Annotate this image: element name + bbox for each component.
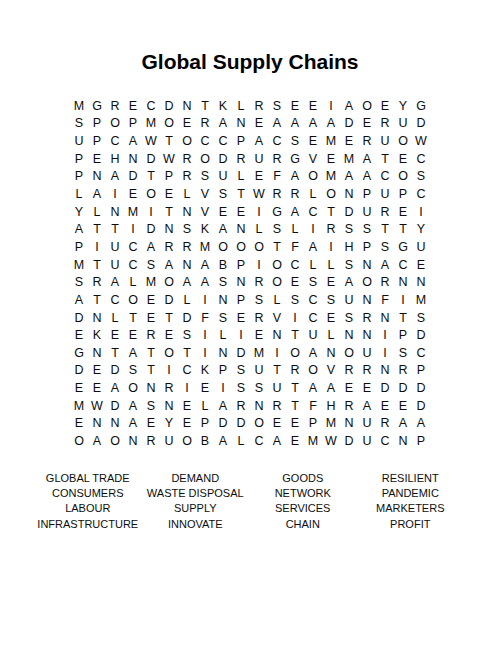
grid-cell: E xyxy=(178,397,196,415)
grid-cell: A xyxy=(178,273,196,291)
grid-cell: S xyxy=(340,256,358,274)
grid-cell: N xyxy=(88,168,106,186)
grid-cell: P xyxy=(304,415,322,433)
grid-cell: L xyxy=(322,326,340,344)
grid-cell: N xyxy=(178,256,196,274)
grid-cell: C xyxy=(250,432,268,450)
grid-cell: O xyxy=(286,344,304,362)
grid-cell: L xyxy=(232,97,250,115)
grid-cell: O xyxy=(250,415,268,433)
grid-cell: P xyxy=(196,415,214,433)
grid-cell: S xyxy=(268,220,286,238)
grid-cell: A xyxy=(322,379,340,397)
grid-cell: A xyxy=(268,115,286,133)
grid-cell: V xyxy=(304,150,322,168)
grid-cell: R xyxy=(250,97,268,115)
grid-cell: E xyxy=(376,97,394,115)
grid-cell: N xyxy=(376,309,394,327)
grid-cell: T xyxy=(376,220,394,238)
grid-cell: W xyxy=(322,432,340,450)
grid-cell: D xyxy=(340,203,358,221)
grid-cell: P xyxy=(70,238,88,256)
puzzle-title: Global Supply Chains xyxy=(0,50,500,74)
grid-cell: S xyxy=(214,185,232,203)
grid-cell: S xyxy=(142,256,160,274)
grid-cell: E xyxy=(142,309,160,327)
grid-cell: N xyxy=(340,415,358,433)
grid-cell: T xyxy=(286,397,304,415)
grid-cell: A xyxy=(340,97,358,115)
grid-cell: L xyxy=(106,309,124,327)
grid-cell: T xyxy=(394,220,412,238)
grid-cell: A xyxy=(160,256,178,274)
grid-cell: I xyxy=(376,326,394,344)
grid-cell: A xyxy=(106,168,124,186)
grid-cell: C xyxy=(412,185,430,203)
grid-cell: T xyxy=(268,238,286,256)
grid-cell: T xyxy=(88,220,106,238)
grid-cell: A xyxy=(70,220,88,238)
grid-cell: T xyxy=(322,203,340,221)
grid-cell: T xyxy=(142,344,160,362)
grid-cell: U xyxy=(394,115,412,133)
grid-cell: M xyxy=(412,291,430,309)
grid-cell: O xyxy=(160,115,178,133)
word-list-item: RESILIENT xyxy=(357,471,465,486)
grid-cell: T xyxy=(106,344,124,362)
grid-cell: C xyxy=(106,291,124,309)
grid-cell: A xyxy=(268,432,286,450)
grid-cell: N xyxy=(250,397,268,415)
grid-cell: E xyxy=(340,379,358,397)
grid-cell: L xyxy=(232,432,250,450)
grid-cell: E xyxy=(142,415,160,433)
grid-cell: N xyxy=(178,203,196,221)
grid-cell: R xyxy=(376,273,394,291)
grid-cell: M xyxy=(70,256,88,274)
grid-cell: O xyxy=(196,150,214,168)
grid-cell: T xyxy=(142,168,160,186)
grid-cell: P xyxy=(160,168,178,186)
grid-cell: A xyxy=(214,432,232,450)
grid-cell: P xyxy=(394,185,412,203)
grid-cell: E xyxy=(232,309,250,327)
grid-cell: A xyxy=(286,203,304,221)
grid-cell: N xyxy=(358,291,376,309)
grid-cell: S xyxy=(268,97,286,115)
grid-cell: N xyxy=(412,273,430,291)
grid-cell: E xyxy=(178,115,196,133)
grid-cell: P xyxy=(88,132,106,150)
grid-cell: R xyxy=(232,397,250,415)
grid-cell: C xyxy=(376,168,394,186)
grid-cell: R xyxy=(196,115,214,133)
grid-cell: R xyxy=(268,397,286,415)
grid-cell: L xyxy=(322,256,340,274)
grid-cell: A xyxy=(394,415,412,433)
grid-cell: D xyxy=(412,379,430,397)
grid-cell: L xyxy=(196,397,214,415)
grid-cell: M xyxy=(124,203,142,221)
grid-cell: E xyxy=(268,415,286,433)
grid-cell: N xyxy=(106,203,124,221)
grid-cell: R xyxy=(268,150,286,168)
grid-cell: F xyxy=(286,238,304,256)
grid-cell: D xyxy=(214,415,232,433)
grid-cell: U xyxy=(376,185,394,203)
grid-cell: W xyxy=(412,132,430,150)
grid-cell: M xyxy=(70,397,88,415)
grid-cell: E xyxy=(106,326,124,344)
grid-cell: A xyxy=(124,132,142,150)
grid-cell: D xyxy=(412,397,430,415)
grid-cell: S xyxy=(322,291,340,309)
grid-cell: E xyxy=(340,132,358,150)
grid-cell: M xyxy=(142,273,160,291)
grid-cell: O xyxy=(268,273,286,291)
grid-cell: L xyxy=(88,203,106,221)
word-list-item: PROFIT xyxy=(357,517,465,532)
grid-cell: P xyxy=(358,185,376,203)
grid-cell: P xyxy=(394,326,412,344)
grid-cell: T xyxy=(160,203,178,221)
grid-cell: R xyxy=(358,309,376,327)
grid-cell: I xyxy=(268,344,286,362)
grid-cell: P xyxy=(124,115,142,133)
grid-cell: D xyxy=(106,362,124,380)
grid-cell: A xyxy=(106,379,124,397)
grid-cell: R xyxy=(340,397,358,415)
grid-cell: E xyxy=(322,150,340,168)
word-list-item: MARKETERS xyxy=(357,501,465,516)
grid-cell: O xyxy=(394,132,412,150)
grid-cell: U xyxy=(214,168,232,186)
grid-cell: L xyxy=(286,220,304,238)
grid-cell: C xyxy=(304,203,322,221)
grid-cell: T xyxy=(88,256,106,274)
grid-cell: C xyxy=(142,97,160,115)
grid-cell: U xyxy=(376,132,394,150)
grid-cell: E xyxy=(70,415,88,433)
grid-cell: S xyxy=(286,291,304,309)
grid-cell: C xyxy=(268,132,286,150)
grid-cell: R xyxy=(250,273,268,291)
grid-cell: F xyxy=(304,397,322,415)
grid-cell: N xyxy=(376,362,394,380)
grid-cell: I xyxy=(250,256,268,274)
grid-cell: A xyxy=(214,115,232,133)
grid-cell: D xyxy=(124,168,142,186)
grid-cell: A xyxy=(304,115,322,133)
grid-cell: E xyxy=(250,326,268,344)
grid-cell: S xyxy=(214,309,232,327)
grid-cell: L xyxy=(250,220,268,238)
grid-cell: N xyxy=(232,115,250,133)
grid-cell: E xyxy=(358,115,376,133)
grid-cell: N xyxy=(394,432,412,450)
grid-cell: K xyxy=(214,97,232,115)
grid-cell: D xyxy=(160,97,178,115)
grid-cell: I xyxy=(196,291,214,309)
grid-cell: A xyxy=(412,415,430,433)
grid-cell: O xyxy=(124,379,142,397)
grid-cell: A xyxy=(358,150,376,168)
grid-cell: E xyxy=(178,415,196,433)
grid-cell: T xyxy=(394,309,412,327)
grid-cell: A xyxy=(142,238,160,256)
grid-cell: E xyxy=(88,150,106,168)
grid-cell: U xyxy=(250,362,268,380)
grid-cell: C xyxy=(124,256,142,274)
grid-cell: T xyxy=(124,309,142,327)
grid-cell: S xyxy=(394,344,412,362)
grid-cell: S xyxy=(214,273,232,291)
grid-cell: W xyxy=(250,185,268,203)
grid-cell: D xyxy=(106,397,124,415)
grid-cell: A xyxy=(286,115,304,133)
grid-cell: U xyxy=(268,379,286,397)
grid-cell: D xyxy=(394,379,412,397)
word-list-item: GOODS xyxy=(249,471,357,486)
grid-cell: P xyxy=(358,238,376,256)
grid-cell: A xyxy=(322,115,340,133)
grid-cell: A xyxy=(196,273,214,291)
grid-cell: M xyxy=(142,115,160,133)
grid-cell: A xyxy=(124,344,142,362)
grid-cell: E xyxy=(196,379,214,397)
word-list-item: CHAIN xyxy=(249,517,357,532)
grid-cell: Y xyxy=(160,415,178,433)
grid-cell: U xyxy=(358,344,376,362)
grid-cell: D xyxy=(340,115,358,133)
word-list-item: PANDEMIC xyxy=(357,486,465,501)
grid-cell: D xyxy=(214,150,232,168)
grid-cell: S xyxy=(340,309,358,327)
grid-cell: T xyxy=(286,326,304,344)
grid-cell: T xyxy=(106,220,124,238)
grid-cell: P xyxy=(412,362,430,380)
grid-cell: A xyxy=(106,273,124,291)
grid-cell: A xyxy=(124,397,142,415)
grid-cell: S xyxy=(232,362,250,380)
grid-cell: I xyxy=(322,97,340,115)
grid-cell: N xyxy=(106,415,124,433)
grid-cell: R xyxy=(160,238,178,256)
grid-cell: R xyxy=(286,185,304,203)
grid-cell: D xyxy=(178,309,196,327)
grid-cell: K xyxy=(88,326,106,344)
grid-cell: L xyxy=(214,326,232,344)
word-list-item: INNOVATE xyxy=(142,517,250,532)
grid-cell: D xyxy=(232,344,250,362)
grid-cell: R xyxy=(250,309,268,327)
grid-cell: G xyxy=(70,344,88,362)
grid-cell: A xyxy=(358,397,376,415)
word-list: GLOBAL TRADECONSUMERSLABOURINFRASTRUCTUR… xyxy=(34,471,464,532)
grid-cell: E xyxy=(394,150,412,168)
grid-cell: E xyxy=(322,309,340,327)
grid-cell: R xyxy=(358,132,376,150)
grid-cell: U xyxy=(160,432,178,450)
grid-cell: I xyxy=(412,203,430,221)
grid-cell: T xyxy=(196,97,214,115)
grid-cell: L xyxy=(304,185,322,203)
grid-cell: Y xyxy=(412,220,430,238)
word-list-item: WASTE DISPOSAL xyxy=(142,486,250,501)
grid-cell: A xyxy=(376,256,394,274)
word-list-item: INFRASTRUCTURE xyxy=(34,517,142,532)
grid-cell: R xyxy=(322,220,340,238)
grid-cell: F xyxy=(376,291,394,309)
grid-cell: S xyxy=(358,220,376,238)
grid-cell: E xyxy=(250,168,268,186)
grid-cell: D xyxy=(412,326,430,344)
grid-cell: P xyxy=(232,291,250,309)
grid-cell: E xyxy=(160,185,178,203)
grid-cell: A xyxy=(124,415,142,433)
grid-cell: R xyxy=(376,203,394,221)
word-list-column: DEMANDWASTE DISPOSALSUPPLYINNOVATE xyxy=(142,471,250,532)
grid-cell: R xyxy=(178,238,196,256)
word-list-item: SERVICES xyxy=(249,501,357,516)
letter-grid: MGRECDNTKLRSEEIAOEYGSPOPMOERANEAAAADERUD… xyxy=(70,97,430,450)
grid-cell: N xyxy=(124,150,142,168)
grid-cell: S xyxy=(142,397,160,415)
grid-cell: A xyxy=(304,238,322,256)
grid-cell: O xyxy=(160,344,178,362)
grid-cell: A xyxy=(88,432,106,450)
grid-cell: N xyxy=(358,326,376,344)
grid-cell: U xyxy=(70,132,88,150)
grid-cell: S xyxy=(304,273,322,291)
grid-cell: N xyxy=(88,415,106,433)
grid-cell: M xyxy=(322,415,340,433)
grid-cell: E xyxy=(124,185,142,203)
grid-cell: S xyxy=(412,309,430,327)
grid-cell: A xyxy=(214,220,232,238)
grid-cell: D xyxy=(70,362,88,380)
grid-cell: L xyxy=(70,185,88,203)
grid-cell: D xyxy=(142,150,160,168)
grid-cell: O xyxy=(340,344,358,362)
grid-cell: P xyxy=(214,362,232,380)
grid-cell: R xyxy=(358,362,376,380)
grid-cell: L xyxy=(178,185,196,203)
grid-cell: R xyxy=(142,432,160,450)
grid-cell: P xyxy=(88,115,106,133)
grid-cell: P xyxy=(70,168,88,186)
word-list-column: RESILIENTPANDEMICMARKETERSPROFIT xyxy=(357,471,465,532)
grid-cell: C xyxy=(106,132,124,150)
grid-cell: S xyxy=(250,379,268,397)
grid-cell: P xyxy=(70,150,88,168)
grid-cell: N xyxy=(214,291,232,309)
grid-cell: O xyxy=(178,132,196,150)
grid-cell: T xyxy=(88,291,106,309)
grid-cell: U xyxy=(106,256,124,274)
grid-cell: W xyxy=(88,397,106,415)
grid-cell: S xyxy=(412,168,430,186)
grid-cell: C xyxy=(124,238,142,256)
grid-cell: V xyxy=(268,309,286,327)
grid-cell: A xyxy=(304,344,322,362)
grid-cell: H xyxy=(322,397,340,415)
grid-cell: G xyxy=(412,97,430,115)
grid-cell: S xyxy=(286,132,304,150)
grid-cell: M xyxy=(322,168,340,186)
grid-cell: D xyxy=(376,379,394,397)
grid-cell: N xyxy=(358,256,376,274)
grid-cell: S xyxy=(232,379,250,397)
grid-cell: S xyxy=(340,220,358,238)
grid-cell: O xyxy=(394,168,412,186)
grid-cell: N xyxy=(124,432,142,450)
grid-cell: N xyxy=(268,326,286,344)
grid-cell: E xyxy=(358,379,376,397)
grid-cell: N xyxy=(322,344,340,362)
grid-cell: E xyxy=(286,415,304,433)
grid-cell: O xyxy=(142,185,160,203)
grid-cell: E xyxy=(70,379,88,397)
grid-cell: E xyxy=(412,256,430,274)
grid-cell: E xyxy=(286,97,304,115)
grid-cell: U xyxy=(358,203,376,221)
grid-cell: I xyxy=(250,203,268,221)
grid-cell: O xyxy=(250,238,268,256)
grid-cell: C xyxy=(304,291,322,309)
grid-cell: T xyxy=(160,132,178,150)
grid-cell: M xyxy=(70,97,88,115)
grid-cell: A xyxy=(250,132,268,150)
grid-cell: E xyxy=(286,432,304,450)
grid-cell: N xyxy=(88,309,106,327)
grid-cell: R xyxy=(106,97,124,115)
grid-cell: U xyxy=(106,238,124,256)
grid-cell: C xyxy=(412,150,430,168)
grid-cell: G xyxy=(88,97,106,115)
grid-cell: O xyxy=(358,273,376,291)
grid-cell: R xyxy=(88,273,106,291)
grid-cell: N xyxy=(232,220,250,238)
grid-cell: I xyxy=(106,185,124,203)
grid-cell: O xyxy=(322,185,340,203)
grid-cell: U xyxy=(412,238,430,256)
grid-cell: P xyxy=(232,132,250,150)
grid-cell: U xyxy=(358,432,376,450)
grid-cell: D xyxy=(142,220,160,238)
grid-cell: L xyxy=(232,168,250,186)
grid-cell: T xyxy=(178,344,196,362)
grid-cell: O xyxy=(160,273,178,291)
grid-cell: T xyxy=(286,379,304,397)
grid-cell: E xyxy=(394,397,412,415)
grid-cell: Y xyxy=(70,203,88,221)
grid-cell: T xyxy=(160,309,178,327)
grid-cell: A xyxy=(214,397,232,415)
grid-cell: F xyxy=(196,309,214,327)
grid-cell: I xyxy=(196,326,214,344)
grid-cell: T xyxy=(268,362,286,380)
grid-cell: D xyxy=(412,115,430,133)
grid-cell: U xyxy=(358,415,376,433)
grid-cell: W xyxy=(160,150,178,168)
grid-cell: M xyxy=(250,344,268,362)
grid-cell: U xyxy=(304,326,322,344)
grid-cell: V xyxy=(196,185,214,203)
grid-cell: T xyxy=(142,362,160,380)
grid-cell: R xyxy=(232,150,250,168)
grid-cell: Y xyxy=(394,97,412,115)
